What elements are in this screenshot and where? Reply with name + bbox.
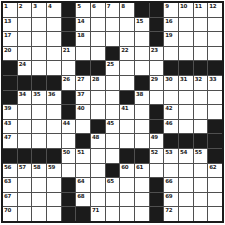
clue-number: 43 bbox=[4, 120, 11, 126]
black-square bbox=[164, 61, 178, 75]
white-cell[interactable]: 4 bbox=[47, 3, 61, 17]
white-cell[interactable] bbox=[18, 32, 32, 46]
clue-number: 18 bbox=[77, 32, 84, 38]
white-cell[interactable] bbox=[179, 164, 193, 178]
white-cell[interactable] bbox=[208, 91, 222, 105]
clue-number: 30 bbox=[165, 76, 172, 82]
clue-number: 22 bbox=[121, 47, 128, 53]
crossword-grid: 1234567891011121314151617181920212223242… bbox=[1, 1, 224, 223]
clue-number: 20 bbox=[4, 47, 11, 53]
clue-number: 66 bbox=[165, 178, 172, 184]
white-cell[interactable] bbox=[47, 134, 61, 148]
white-cell[interactable] bbox=[194, 193, 208, 207]
white-cell[interactable]: 19 bbox=[164, 32, 178, 46]
white-cell[interactable]: 46 bbox=[164, 120, 178, 134]
white-cell[interactable]: 26 bbox=[62, 76, 76, 90]
white-cell[interactable] bbox=[18, 178, 32, 192]
white-cell[interactable] bbox=[91, 193, 105, 207]
white-cell[interactable] bbox=[194, 164, 208, 178]
white-cell[interactable] bbox=[194, 47, 208, 61]
clue-number: 45 bbox=[107, 120, 114, 126]
clue-number: 16 bbox=[165, 18, 172, 24]
white-cell[interactable] bbox=[18, 120, 32, 134]
black-square bbox=[62, 3, 76, 17]
black-square bbox=[3, 61, 17, 75]
black-square bbox=[91, 120, 105, 134]
clue-number: 23 bbox=[151, 47, 158, 53]
white-cell[interactable] bbox=[120, 61, 134, 75]
white-cell[interactable]: 37 bbox=[76, 91, 90, 105]
white-cell[interactable] bbox=[164, 164, 178, 178]
clue-number: 67 bbox=[4, 193, 11, 199]
white-cell[interactable]: 60 bbox=[120, 164, 134, 178]
white-cell[interactable]: 7 bbox=[106, 3, 120, 17]
white-cell[interactable] bbox=[135, 120, 149, 134]
clue-number: 9 bbox=[165, 3, 169, 9]
white-cell[interactable]: 11 bbox=[194, 3, 208, 17]
white-cell[interactable] bbox=[120, 18, 134, 32]
clue-number: 13 bbox=[4, 18, 11, 24]
white-cell[interactable] bbox=[106, 193, 120, 207]
white-cell[interactable]: 47 bbox=[3, 134, 17, 148]
white-cell[interactable] bbox=[194, 178, 208, 192]
white-cell[interactable]: 45 bbox=[106, 120, 120, 134]
black-square bbox=[208, 134, 222, 148]
clue-number: 71 bbox=[92, 207, 99, 213]
clue-number: 56 bbox=[4, 164, 11, 170]
white-cell[interactable] bbox=[18, 193, 32, 207]
white-cell[interactable] bbox=[18, 105, 32, 119]
white-cell[interactable]: 66 bbox=[164, 178, 178, 192]
black-square bbox=[150, 193, 164, 207]
white-cell[interactable]: 27 bbox=[76, 76, 90, 90]
black-square bbox=[150, 207, 164, 221]
clue-number: 3 bbox=[33, 3, 37, 9]
white-cell[interactable] bbox=[47, 193, 61, 207]
white-cell[interactable] bbox=[120, 134, 134, 148]
white-cell[interactable] bbox=[91, 105, 105, 119]
clue-number: 41 bbox=[121, 105, 128, 111]
clue-number: 69 bbox=[165, 193, 172, 199]
clue-number: 58 bbox=[33, 164, 40, 170]
black-square bbox=[179, 61, 193, 75]
clue-number: 60 bbox=[121, 164, 128, 170]
white-cell[interactable] bbox=[18, 18, 32, 32]
white-cell[interactable] bbox=[18, 207, 32, 221]
black-square bbox=[120, 91, 134, 105]
white-cell[interactable]: 1 bbox=[3, 3, 17, 17]
black-square bbox=[208, 149, 222, 163]
black-square bbox=[135, 3, 149, 17]
black-square bbox=[62, 91, 76, 105]
black-square bbox=[18, 149, 32, 163]
white-cell[interactable] bbox=[179, 178, 193, 192]
clue-number: 33 bbox=[209, 76, 216, 82]
clue-number: 27 bbox=[77, 76, 84, 82]
white-cell[interactable] bbox=[47, 120, 61, 134]
white-cell[interactable] bbox=[76, 164, 90, 178]
white-cell[interactable]: 20 bbox=[3, 47, 17, 61]
white-cell[interactable] bbox=[32, 120, 46, 134]
black-square bbox=[3, 76, 17, 90]
black-square bbox=[150, 18, 164, 32]
white-cell[interactable]: 39 bbox=[3, 105, 17, 119]
white-cell[interactable] bbox=[91, 164, 105, 178]
black-square bbox=[150, 32, 164, 46]
white-cell[interactable] bbox=[106, 105, 120, 119]
white-cell[interactable] bbox=[120, 32, 134, 46]
black-square bbox=[76, 61, 90, 75]
white-cell[interactable]: 17 bbox=[3, 32, 17, 46]
clue-number: 54 bbox=[180, 149, 187, 155]
white-cell[interactable]: 71 bbox=[91, 207, 105, 221]
white-cell[interactable]: 23 bbox=[150, 47, 164, 61]
white-cell[interactable]: 6 bbox=[91, 3, 105, 17]
white-cell[interactable] bbox=[135, 32, 149, 46]
white-cell[interactable] bbox=[32, 178, 46, 192]
white-cell[interactable]: 41 bbox=[120, 105, 134, 119]
clue-number: 53 bbox=[165, 149, 172, 155]
white-cell[interactable] bbox=[91, 149, 105, 163]
clue-number: 14 bbox=[77, 18, 84, 24]
white-cell[interactable] bbox=[120, 178, 134, 192]
black-square bbox=[32, 76, 46, 90]
clue-number: 55 bbox=[195, 149, 202, 155]
clue-number: 21 bbox=[63, 47, 70, 53]
white-cell[interactable] bbox=[194, 91, 208, 105]
white-cell[interactable]: 2 bbox=[18, 3, 32, 17]
white-cell[interactable] bbox=[120, 207, 134, 221]
white-cell[interactable]: 36 bbox=[47, 91, 61, 105]
clue-number: 6 bbox=[92, 3, 96, 9]
black-square bbox=[76, 207, 90, 221]
white-cell[interactable]: 34 bbox=[18, 91, 32, 105]
white-cell[interactable]: 67 bbox=[3, 193, 17, 207]
white-cell[interactable] bbox=[194, 18, 208, 32]
clue-number: 35 bbox=[33, 91, 40, 97]
white-cell[interactable] bbox=[194, 32, 208, 46]
white-cell[interactable] bbox=[32, 61, 46, 75]
white-cell[interactable] bbox=[47, 105, 61, 119]
black-square bbox=[3, 149, 17, 163]
clue-number: 49 bbox=[151, 134, 158, 140]
white-cell[interactable] bbox=[32, 18, 46, 32]
white-cell[interactable] bbox=[135, 134, 149, 148]
clue-number: 65 bbox=[107, 178, 114, 184]
white-cell[interactable]: 43 bbox=[3, 120, 17, 134]
clue-number: 68 bbox=[77, 193, 84, 199]
white-cell[interactable] bbox=[91, 47, 105, 61]
white-cell[interactable] bbox=[120, 120, 134, 134]
black-square bbox=[62, 18, 76, 32]
white-cell[interactable] bbox=[194, 105, 208, 119]
black-square bbox=[32, 149, 46, 163]
white-cell[interactable] bbox=[18, 47, 32, 61]
white-cell[interactable]: 62 bbox=[208, 164, 222, 178]
white-cell[interactable]: 15 bbox=[135, 18, 149, 32]
clue-number: 38 bbox=[136, 91, 143, 97]
white-cell[interactable]: 8 bbox=[120, 3, 134, 17]
white-cell[interactable] bbox=[106, 76, 120, 90]
white-cell[interactable] bbox=[164, 47, 178, 61]
black-square bbox=[208, 61, 222, 75]
clue-number: 12 bbox=[209, 3, 216, 9]
white-cell[interactable] bbox=[194, 207, 208, 221]
white-cell[interactable] bbox=[208, 178, 222, 192]
white-cell[interactable] bbox=[106, 207, 120, 221]
white-cell[interactable] bbox=[32, 134, 46, 148]
clue-number: 42 bbox=[165, 105, 172, 111]
white-cell[interactable]: 52 bbox=[150, 149, 164, 163]
black-square bbox=[150, 178, 164, 192]
white-cell[interactable] bbox=[208, 47, 222, 61]
clue-number: 61 bbox=[136, 164, 143, 170]
white-cell[interactable]: 56 bbox=[3, 164, 17, 178]
white-cell[interactable]: 9 bbox=[164, 3, 178, 17]
white-cell[interactable]: 59 bbox=[47, 164, 61, 178]
white-cell[interactable]: 25 bbox=[106, 61, 120, 75]
white-cell[interactable]: 50 bbox=[62, 149, 76, 163]
white-cell[interactable] bbox=[164, 91, 178, 105]
white-cell[interactable] bbox=[91, 18, 105, 32]
white-cell[interactable] bbox=[47, 178, 61, 192]
white-cell[interactable]: 21 bbox=[62, 47, 76, 61]
white-cell[interactable] bbox=[32, 47, 46, 61]
white-cell[interactable]: 57 bbox=[18, 164, 32, 178]
black-square bbox=[208, 120, 222, 134]
black-square bbox=[120, 149, 134, 163]
clue-number: 59 bbox=[48, 164, 55, 170]
white-cell[interactable]: 69 bbox=[164, 193, 178, 207]
clue-number: 34 bbox=[19, 91, 26, 97]
white-cell[interactable] bbox=[62, 134, 76, 148]
clue-number: 70 bbox=[4, 207, 11, 213]
white-cell[interactable] bbox=[106, 18, 120, 32]
white-cell[interactable]: 14 bbox=[76, 18, 90, 32]
black-square bbox=[135, 149, 149, 163]
white-cell[interactable] bbox=[76, 120, 90, 134]
white-cell[interactable]: 10 bbox=[179, 3, 193, 17]
black-square bbox=[62, 193, 76, 207]
clue-number: 17 bbox=[4, 32, 11, 38]
white-cell[interactable] bbox=[135, 105, 149, 119]
white-cell[interactable]: 22 bbox=[120, 47, 134, 61]
white-cell[interactable] bbox=[91, 91, 105, 105]
white-cell[interactable] bbox=[106, 91, 120, 105]
white-cell[interactable] bbox=[18, 134, 32, 148]
white-cell[interactable] bbox=[106, 134, 120, 148]
white-cell[interactable]: 12 bbox=[208, 3, 222, 17]
white-cell[interactable]: 30 bbox=[164, 76, 178, 90]
white-cell[interactable]: 13 bbox=[3, 18, 17, 32]
clue-number: 63 bbox=[4, 178, 11, 184]
white-cell[interactable] bbox=[120, 193, 134, 207]
clue-number: 57 bbox=[19, 164, 26, 170]
white-cell[interactable] bbox=[135, 178, 149, 192]
clue-number: 32 bbox=[195, 76, 202, 82]
black-square bbox=[62, 178, 76, 192]
white-cell[interactable] bbox=[179, 91, 193, 105]
white-cell[interactable]: 61 bbox=[135, 164, 149, 178]
white-cell[interactable]: 40 bbox=[76, 105, 90, 119]
white-cell[interactable] bbox=[208, 18, 222, 32]
clue-number: 19 bbox=[165, 32, 172, 38]
white-cell[interactable]: 44 bbox=[62, 120, 76, 134]
clue-number: 25 bbox=[107, 61, 114, 67]
crossword-board: 1234567891011121314151617181920212223242… bbox=[0, 0, 225, 225]
clue-number: 44 bbox=[63, 120, 70, 126]
clue-number: 24 bbox=[19, 61, 26, 67]
clue-number: 7 bbox=[107, 3, 111, 9]
clue-number: 8 bbox=[121, 3, 125, 9]
clue-number: 50 bbox=[63, 149, 70, 155]
clue-number: 10 bbox=[180, 3, 187, 9]
white-cell[interactable] bbox=[194, 120, 208, 134]
white-cell[interactable] bbox=[47, 47, 61, 61]
white-cell[interactable] bbox=[32, 193, 46, 207]
white-cell[interactable] bbox=[150, 91, 164, 105]
black-square bbox=[62, 32, 76, 46]
white-cell[interactable] bbox=[179, 32, 193, 46]
white-cell[interactable] bbox=[179, 207, 193, 221]
white-cell[interactable]: 18 bbox=[76, 32, 90, 46]
clue-number: 31 bbox=[180, 76, 187, 82]
black-square bbox=[76, 134, 90, 148]
clue-number: 11 bbox=[195, 3, 202, 9]
white-cell[interactable]: 32 bbox=[194, 76, 208, 90]
black-square bbox=[62, 207, 76, 221]
white-cell[interactable]: 38 bbox=[135, 91, 149, 105]
clue-number: 40 bbox=[77, 105, 84, 111]
clue-number: 48 bbox=[92, 134, 99, 140]
black-square bbox=[91, 61, 105, 75]
clue-number: 2 bbox=[19, 3, 23, 9]
clue-number: 5 bbox=[77, 3, 81, 9]
white-cell[interactable] bbox=[179, 18, 193, 32]
white-cell[interactable] bbox=[91, 32, 105, 46]
black-square bbox=[150, 105, 164, 119]
white-cell[interactable]: 68 bbox=[76, 193, 90, 207]
white-cell[interactable]: 53 bbox=[164, 149, 178, 163]
clue-number: 4 bbox=[48, 3, 52, 9]
white-cell[interactable]: 49 bbox=[150, 134, 164, 148]
white-cell[interactable]: 42 bbox=[164, 105, 178, 119]
white-cell[interactable]: 55 bbox=[194, 149, 208, 163]
clue-number: 64 bbox=[77, 178, 84, 184]
white-cell[interactable]: 51 bbox=[76, 149, 90, 163]
white-cell[interactable] bbox=[150, 61, 164, 75]
white-cell[interactable] bbox=[106, 149, 120, 163]
white-cell[interactable] bbox=[208, 193, 222, 207]
white-cell[interactable] bbox=[47, 32, 61, 46]
white-cell[interactable]: 5 bbox=[76, 3, 90, 17]
white-cell[interactable] bbox=[179, 120, 193, 134]
black-square bbox=[47, 149, 61, 163]
white-cell[interactable] bbox=[208, 207, 222, 221]
white-cell[interactable] bbox=[135, 61, 149, 75]
white-cell[interactable] bbox=[106, 32, 120, 46]
white-cell[interactable] bbox=[32, 105, 46, 119]
white-cell[interactable]: 29 bbox=[150, 76, 164, 90]
white-cell[interactable] bbox=[208, 105, 222, 119]
white-cell[interactable] bbox=[208, 32, 222, 46]
clue-number: 1 bbox=[4, 3, 8, 9]
black-square bbox=[47, 76, 61, 90]
clue-number: 72 bbox=[165, 207, 172, 213]
clue-number: 39 bbox=[4, 105, 11, 111]
black-square bbox=[150, 120, 164, 134]
black-square bbox=[164, 134, 178, 148]
white-cell[interactable] bbox=[76, 47, 90, 61]
black-square bbox=[194, 61, 208, 75]
white-cell[interactable]: 28 bbox=[91, 76, 105, 90]
white-cell[interactable]: 3 bbox=[32, 3, 46, 17]
white-cell[interactable] bbox=[47, 18, 61, 32]
clue-number: 46 bbox=[165, 120, 172, 126]
clue-number: 28 bbox=[92, 76, 99, 82]
white-cell[interactable]: 35 bbox=[32, 91, 46, 105]
white-cell[interactable]: 70 bbox=[3, 207, 17, 221]
clue-number: 36 bbox=[48, 91, 55, 97]
white-cell[interactable] bbox=[62, 61, 76, 75]
black-square bbox=[62, 105, 76, 119]
clue-number: 29 bbox=[151, 76, 158, 82]
white-cell[interactable]: 54 bbox=[179, 149, 193, 163]
white-cell[interactable]: 16 bbox=[164, 18, 178, 32]
black-square bbox=[3, 91, 17, 105]
white-cell[interactable]: 48 bbox=[91, 134, 105, 148]
black-square bbox=[179, 134, 193, 148]
black-square bbox=[18, 76, 32, 90]
white-cell[interactable] bbox=[47, 61, 61, 75]
white-cell[interactable]: 65 bbox=[106, 178, 120, 192]
black-square bbox=[106, 47, 120, 61]
clue-number: 51 bbox=[77, 149, 84, 155]
black-square bbox=[106, 164, 120, 178]
white-cell[interactable] bbox=[32, 207, 46, 221]
white-cell[interactable]: 33 bbox=[208, 76, 222, 90]
clue-number: 26 bbox=[63, 76, 70, 82]
clue-number: 15 bbox=[136, 18, 143, 24]
white-cell[interactable] bbox=[91, 178, 105, 192]
black-square bbox=[135, 76, 149, 90]
white-cell[interactable]: 24 bbox=[18, 61, 32, 75]
white-cell[interactable] bbox=[150, 164, 164, 178]
white-cell[interactable] bbox=[135, 193, 149, 207]
clue-number: 52 bbox=[151, 149, 158, 155]
white-cell[interactable] bbox=[135, 47, 149, 61]
white-cell[interactable] bbox=[32, 32, 46, 46]
white-cell[interactable]: 58 bbox=[32, 164, 46, 178]
clue-number: 37 bbox=[77, 91, 84, 97]
black-square bbox=[194, 134, 208, 148]
white-cell[interactable] bbox=[179, 47, 193, 61]
white-cell[interactable]: 31 bbox=[179, 76, 193, 90]
white-cell[interactable] bbox=[47, 207, 61, 221]
white-cell[interactable] bbox=[62, 164, 76, 178]
white-cell[interactable] bbox=[179, 193, 193, 207]
white-cell[interactable]: 64 bbox=[76, 178, 90, 192]
white-cell[interactable] bbox=[179, 105, 193, 119]
white-cell[interactable]: 72 bbox=[164, 207, 178, 221]
white-cell[interactable] bbox=[135, 207, 149, 221]
clue-number: 62 bbox=[209, 164, 216, 170]
white-cell[interactable]: 63 bbox=[3, 178, 17, 192]
white-cell[interactable] bbox=[120, 76, 134, 90]
clue-number: 47 bbox=[4, 134, 11, 140]
black-square bbox=[150, 3, 164, 17]
